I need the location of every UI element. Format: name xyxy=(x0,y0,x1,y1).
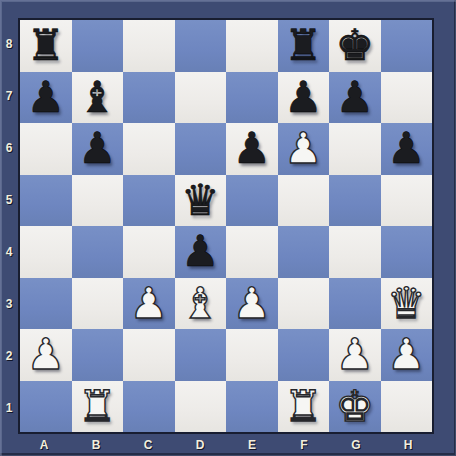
piece-black-rook-f8[interactable]: ♜ xyxy=(284,24,323,67)
square-b2[interactable] xyxy=(72,329,124,381)
square-a7[interactable]: ♟ xyxy=(20,72,72,124)
rank-label-4: 4 xyxy=(0,226,18,278)
piece-black-rook-a8[interactable]: ♜ xyxy=(26,24,65,67)
square-a6[interactable] xyxy=(20,123,72,175)
square-e8[interactable] xyxy=(226,20,278,72)
square-b5[interactable] xyxy=(72,175,124,227)
square-f2[interactable] xyxy=(278,329,330,381)
piece-white-pawn-h2[interactable]: ♟ xyxy=(387,333,426,376)
square-d5[interactable]: ♛ xyxy=(175,175,227,227)
square-d7[interactable] xyxy=(175,72,227,124)
square-h5[interactable] xyxy=(381,175,433,227)
square-a8[interactable]: ♜ xyxy=(20,20,72,72)
square-f6[interactable]: ♟ xyxy=(278,123,330,175)
square-g5[interactable] xyxy=(329,175,381,227)
file-label-c: C xyxy=(122,435,174,455)
file-label-g: G xyxy=(330,435,382,455)
square-c1[interactable] xyxy=(123,381,175,433)
square-g3[interactable] xyxy=(329,278,381,330)
square-c2[interactable] xyxy=(123,329,175,381)
square-e2[interactable] xyxy=(226,329,278,381)
square-h7[interactable] xyxy=(381,72,433,124)
file-labels: ABCDEFGH xyxy=(18,435,434,455)
square-c8[interactable] xyxy=(123,20,175,72)
square-g1[interactable]: ♚ xyxy=(329,381,381,433)
piece-black-bishop-b7[interactable]: ♝ xyxy=(78,76,117,119)
square-b8[interactable] xyxy=(72,20,124,72)
chess-board-frame: 87654321 ♜♜♚♟♝♟♟♟♟♟♟♛♟♟♝♟♛♟♟♟♜♜♚ ABCDEFG… xyxy=(0,0,456,456)
rank-label-5: 5 xyxy=(0,174,18,226)
square-h1[interactable] xyxy=(381,381,433,433)
square-f1[interactable]: ♜ xyxy=(278,381,330,433)
piece-white-pawn-g2[interactable]: ♟ xyxy=(335,333,374,376)
square-d3[interactable]: ♝ xyxy=(175,278,227,330)
file-label-a: A xyxy=(18,435,70,455)
square-f8[interactable]: ♜ xyxy=(278,20,330,72)
square-f4[interactable] xyxy=(278,226,330,278)
square-d2[interactable] xyxy=(175,329,227,381)
piece-white-pawn-e3[interactable]: ♟ xyxy=(232,282,271,325)
square-a5[interactable] xyxy=(20,175,72,227)
square-a1[interactable] xyxy=(20,381,72,433)
piece-black-pawn-b6[interactable]: ♟ xyxy=(78,127,117,170)
piece-black-pawn-g7[interactable]: ♟ xyxy=(335,76,374,119)
piece-black-pawn-a7[interactable]: ♟ xyxy=(26,76,65,119)
square-c3[interactable]: ♟ xyxy=(123,278,175,330)
square-e4[interactable] xyxy=(226,226,278,278)
rank-label-8: 8 xyxy=(0,18,18,70)
square-b4[interactable] xyxy=(72,226,124,278)
square-d4[interactable]: ♟ xyxy=(175,226,227,278)
piece-black-king-g8[interactable]: ♚ xyxy=(335,24,374,67)
file-label-e: E xyxy=(226,435,278,455)
square-d8[interactable] xyxy=(175,20,227,72)
square-c5[interactable] xyxy=(123,175,175,227)
square-h3[interactable]: ♛ xyxy=(381,278,433,330)
square-b1[interactable]: ♜ xyxy=(72,381,124,433)
square-c6[interactable] xyxy=(123,123,175,175)
piece-black-queen-d5[interactable]: ♛ xyxy=(181,179,220,222)
square-e6[interactable]: ♟ xyxy=(226,123,278,175)
piece-white-king-g1[interactable]: ♚ xyxy=(335,385,374,428)
square-g2[interactable]: ♟ xyxy=(329,329,381,381)
square-g8[interactable]: ♚ xyxy=(329,20,381,72)
square-d6[interactable] xyxy=(175,123,227,175)
piece-white-pawn-c3[interactable]: ♟ xyxy=(129,282,168,325)
square-h4[interactable] xyxy=(381,226,433,278)
rank-label-3: 3 xyxy=(0,278,18,330)
square-c4[interactable] xyxy=(123,226,175,278)
rank-labels: 87654321 xyxy=(0,18,18,434)
square-g6[interactable] xyxy=(329,123,381,175)
square-f7[interactable]: ♟ xyxy=(278,72,330,124)
rank-label-1: 1 xyxy=(0,382,18,434)
square-b3[interactable] xyxy=(72,278,124,330)
file-label-b: B xyxy=(70,435,122,455)
piece-black-pawn-d4[interactable]: ♟ xyxy=(181,230,220,273)
chess-board: ♜♜♚♟♝♟♟♟♟♟♟♛♟♟♝♟♛♟♟♟♜♜♚ xyxy=(18,18,434,434)
square-h6[interactable]: ♟ xyxy=(381,123,433,175)
square-h2[interactable]: ♟ xyxy=(381,329,433,381)
piece-white-rook-f1[interactable]: ♜ xyxy=(284,385,323,428)
square-a2[interactable]: ♟ xyxy=(20,329,72,381)
square-d1[interactable] xyxy=(175,381,227,433)
square-a4[interactable] xyxy=(20,226,72,278)
square-a3[interactable] xyxy=(20,278,72,330)
piece-white-queen-h3[interactable]: ♛ xyxy=(387,282,426,325)
square-f5[interactable] xyxy=(278,175,330,227)
square-g7[interactable]: ♟ xyxy=(329,72,381,124)
square-e7[interactable] xyxy=(226,72,278,124)
piece-black-pawn-e6[interactable]: ♟ xyxy=(232,127,271,170)
square-b7[interactable]: ♝ xyxy=(72,72,124,124)
rank-label-7: 7 xyxy=(0,70,18,122)
square-e3[interactable]: ♟ xyxy=(226,278,278,330)
square-e1[interactable] xyxy=(226,381,278,433)
piece-white-bishop-d3[interactable]: ♝ xyxy=(181,282,220,325)
square-e5[interactable] xyxy=(226,175,278,227)
piece-black-pawn-f7[interactable]: ♟ xyxy=(284,76,323,119)
file-label-h: H xyxy=(382,435,434,455)
file-label-d: D xyxy=(174,435,226,455)
piece-white-rook-b1[interactable]: ♜ xyxy=(78,385,117,428)
square-h8[interactable] xyxy=(381,20,433,72)
square-c7[interactable] xyxy=(123,72,175,124)
square-g4[interactable] xyxy=(329,226,381,278)
square-f3[interactable] xyxy=(278,278,330,330)
file-label-f: F xyxy=(278,435,330,455)
rank-label-6: 6 xyxy=(0,122,18,174)
piece-black-pawn-h6[interactable]: ♟ xyxy=(387,127,426,170)
piece-white-pawn-f6[interactable]: ♟ xyxy=(284,127,323,170)
square-b6[interactable]: ♟ xyxy=(72,123,124,175)
piece-white-pawn-a2[interactable]: ♟ xyxy=(26,333,65,376)
rank-label-2: 2 xyxy=(0,330,18,382)
